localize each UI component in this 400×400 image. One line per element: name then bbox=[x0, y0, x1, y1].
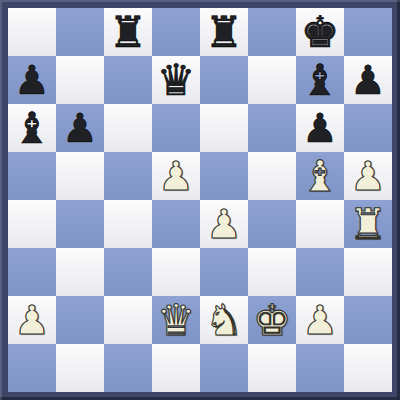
piece-black-queen[interactable]: ♛ bbox=[157, 56, 196, 104]
square-b6[interactable]: ♟ bbox=[56, 104, 104, 152]
square-f5[interactable] bbox=[248, 152, 296, 200]
piece-white-bishop[interactable]: ♝ bbox=[301, 152, 340, 200]
square-e5[interactable] bbox=[200, 152, 248, 200]
square-f4[interactable] bbox=[248, 200, 296, 248]
piece-black-pawn[interactable]: ♟ bbox=[14, 56, 50, 104]
square-e3[interactable] bbox=[200, 248, 248, 296]
piece-black-rook[interactable]: ♜ bbox=[205, 8, 244, 56]
square-c1[interactable] bbox=[104, 344, 152, 392]
square-c5[interactable] bbox=[104, 152, 152, 200]
square-h4[interactable]: ♜ bbox=[344, 200, 392, 248]
square-a4[interactable] bbox=[8, 200, 56, 248]
square-g7[interactable]: ♝ bbox=[296, 56, 344, 104]
square-h6[interactable] bbox=[344, 104, 392, 152]
square-f3[interactable] bbox=[248, 248, 296, 296]
square-d4[interactable] bbox=[152, 200, 200, 248]
square-g6[interactable]: ♟ bbox=[296, 104, 344, 152]
piece-black-bishop[interactable]: ♝ bbox=[13, 104, 52, 152]
square-e8[interactable]: ♜ bbox=[200, 8, 248, 56]
square-a6[interactable]: ♝ bbox=[8, 104, 56, 152]
square-d8[interactable] bbox=[152, 8, 200, 56]
square-f2[interactable]: ♚ bbox=[248, 296, 296, 344]
square-a1[interactable] bbox=[8, 344, 56, 392]
square-f6[interactable] bbox=[248, 104, 296, 152]
square-f7[interactable] bbox=[248, 56, 296, 104]
square-c3[interactable] bbox=[104, 248, 152, 296]
square-e7[interactable] bbox=[200, 56, 248, 104]
square-b8[interactable] bbox=[56, 8, 104, 56]
square-d3[interactable] bbox=[152, 248, 200, 296]
piece-white-pawn[interactable]: ♟ bbox=[350, 152, 386, 200]
square-h8[interactable] bbox=[344, 8, 392, 56]
piece-black-king[interactable]: ♚ bbox=[301, 8, 340, 56]
square-b4[interactable] bbox=[56, 200, 104, 248]
square-b5[interactable] bbox=[56, 152, 104, 200]
square-e6[interactable] bbox=[200, 104, 248, 152]
square-g5[interactable]: ♝ bbox=[296, 152, 344, 200]
square-d2[interactable]: ♛ bbox=[152, 296, 200, 344]
chess-board: ♜♜♚♟♛♝♟♝♟♟♟♝♟♟♜♟♛♞♚♟ bbox=[8, 8, 392, 392]
square-d1[interactable] bbox=[152, 344, 200, 392]
square-c6[interactable] bbox=[104, 104, 152, 152]
square-a3[interactable] bbox=[8, 248, 56, 296]
piece-white-pawn[interactable]: ♟ bbox=[302, 296, 338, 344]
piece-white-pawn[interactable]: ♟ bbox=[158, 152, 194, 200]
square-h5[interactable]: ♟ bbox=[344, 152, 392, 200]
piece-black-rook[interactable]: ♜ bbox=[109, 8, 148, 56]
piece-white-pawn[interactable]: ♟ bbox=[14, 296, 50, 344]
square-g2[interactable]: ♟ bbox=[296, 296, 344, 344]
square-e4[interactable]: ♟ bbox=[200, 200, 248, 248]
piece-white-queen[interactable]: ♛ bbox=[157, 296, 196, 344]
square-g8[interactable]: ♚ bbox=[296, 8, 344, 56]
piece-white-rook[interactable]: ♜ bbox=[349, 200, 388, 248]
square-c2[interactable] bbox=[104, 296, 152, 344]
square-g1[interactable] bbox=[296, 344, 344, 392]
square-h3[interactable] bbox=[344, 248, 392, 296]
square-d5[interactable]: ♟ bbox=[152, 152, 200, 200]
piece-black-bishop[interactable]: ♝ bbox=[301, 56, 340, 104]
board-frame: ♜♜♚♟♛♝♟♝♟♟♟♝♟♟♜♟♛♞♚♟ bbox=[0, 0, 400, 400]
square-d6[interactable] bbox=[152, 104, 200, 152]
square-c7[interactable] bbox=[104, 56, 152, 104]
piece-black-pawn[interactable]: ♟ bbox=[302, 104, 338, 152]
square-f1[interactable] bbox=[248, 344, 296, 392]
square-c8[interactable]: ♜ bbox=[104, 8, 152, 56]
square-b2[interactable] bbox=[56, 296, 104, 344]
piece-white-king[interactable]: ♚ bbox=[253, 296, 292, 344]
square-a5[interactable] bbox=[8, 152, 56, 200]
square-c4[interactable] bbox=[104, 200, 152, 248]
square-b3[interactable] bbox=[56, 248, 104, 296]
square-e2[interactable]: ♞ bbox=[200, 296, 248, 344]
piece-black-pawn[interactable]: ♟ bbox=[62, 104, 98, 152]
square-h1[interactable] bbox=[344, 344, 392, 392]
square-a2[interactable]: ♟ bbox=[8, 296, 56, 344]
square-a7[interactable]: ♟ bbox=[8, 56, 56, 104]
square-e1[interactable] bbox=[200, 344, 248, 392]
piece-black-pawn[interactable]: ♟ bbox=[350, 56, 386, 104]
piece-white-pawn[interactable]: ♟ bbox=[206, 200, 242, 248]
square-g3[interactable] bbox=[296, 248, 344, 296]
square-b1[interactable] bbox=[56, 344, 104, 392]
square-b7[interactable] bbox=[56, 56, 104, 104]
square-a8[interactable] bbox=[8, 8, 56, 56]
square-h2[interactable] bbox=[344, 296, 392, 344]
square-h7[interactable]: ♟ bbox=[344, 56, 392, 104]
square-g4[interactable] bbox=[296, 200, 344, 248]
square-f8[interactable] bbox=[248, 8, 296, 56]
piece-white-knight[interactable]: ♞ bbox=[205, 296, 244, 344]
square-d7[interactable]: ♛ bbox=[152, 56, 200, 104]
